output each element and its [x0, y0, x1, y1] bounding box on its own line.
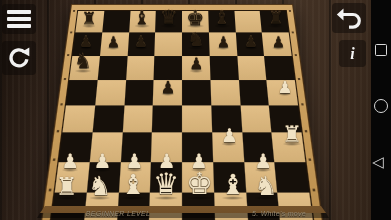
square-b8[interactable] [102, 11, 130, 33]
recents-button square-icon[interactable] [375, 44, 387, 56]
piece-black-pawn[interactable]: ♟ [134, 35, 147, 50]
frame-dot [49, 189, 51, 191]
home-button circle-icon[interactable] [374, 99, 388, 113]
info-icon: i [350, 46, 354, 62]
piece-black-bishop[interactable]: ♝ [214, 9, 231, 27]
frame-dot [301, 103, 303, 105]
menu-button[interactable] [2, 4, 36, 34]
square-g8[interactable] [234, 11, 262, 33]
frame-dot [73, 10, 75, 11]
square-b6[interactable] [97, 56, 127, 80]
frame-dot [61, 103, 63, 105]
square-c5[interactable] [124, 80, 154, 106]
piece-black-knight[interactable]: ♞ [188, 31, 205, 50]
square-e4[interactable] [182, 105, 212, 132]
piece-white-king[interactable]: ♚ [186, 169, 213, 199]
square-g5[interactable] [238, 80, 269, 106]
undo-icon [336, 7, 362, 30]
square-a4[interactable] [62, 105, 95, 132]
piece-white-knight[interactable]: ♞ [88, 173, 112, 199]
piece-white-bishop[interactable]: ♝ [121, 171, 146, 199]
piece-black-rook[interactable]: ♜ [81, 11, 96, 28]
square-b5[interactable] [95, 80, 126, 106]
square-a5[interactable] [66, 80, 97, 106]
frame-dot [292, 32, 294, 33]
undo-button[interactable] [332, 3, 366, 33]
piece-white-pawn[interactable]: ♟ [61, 152, 79, 172]
piece-black-pawn[interactable]: ♟ [244, 35, 257, 50]
frame-dot [64, 78, 66, 80]
frame-dot [298, 78, 300, 80]
piece-black-rook[interactable]: ♜ [268, 11, 283, 28]
frame-dot [67, 54, 69, 56]
piece-black-bishop[interactable]: ♝ [134, 9, 151, 27]
info-button[interactable]: i [339, 40, 366, 67]
frame-dot [313, 189, 315, 191]
back-button triangle-left-icon[interactable]: ◁ [372, 155, 384, 170]
piece-black-pawn[interactable]: ♟ [79, 35, 92, 50]
frame-dot [53, 159, 55, 161]
piece-white-rook[interactable]: ♜ [282, 123, 302, 145]
piece-white-bishop[interactable]: ♝ [220, 171, 245, 199]
square-d7[interactable] [155, 33, 182, 56]
piece-white-pawn[interactable]: ♟ [254, 152, 272, 172]
square-e5[interactable] [182, 80, 211, 106]
frame-dot [289, 10, 291, 11]
frame-dot [57, 130, 59, 132]
piece-white-knight[interactable]: ♞ [254, 173, 278, 199]
piece-black-pawn[interactable]: ♟ [189, 56, 203, 72]
frame-dot [295, 54, 297, 56]
piece-black-queen[interactable]: ♛ [160, 8, 178, 28]
frame-dot [70, 32, 72, 33]
piece-white-pawn[interactable]: ♟ [277, 79, 292, 96]
android-navbar: ◁ [371, 0, 391, 220]
square-g6[interactable] [237, 56, 267, 80]
square-f6[interactable] [209, 56, 238, 80]
piece-black-pawn[interactable]: ♟ [107, 35, 120, 50]
square-f5[interactable] [210, 80, 240, 106]
chess-app-screen: ABCDEFGH ♜♝♛♚♝♜♟♟♟♞♟♟♟♞♟♟♟♟♜♟♟♟♟♟♟♜♞♝♛♚♝… [0, 0, 391, 220]
hamburger-icon [7, 10, 31, 14]
square-c4[interactable] [122, 105, 153, 132]
square-c6[interactable] [126, 56, 155, 80]
square-d4[interactable] [152, 105, 182, 132]
piece-black-pawn[interactable]: ♟ [217, 35, 230, 50]
piece-white-rook[interactable]: ♜ [55, 174, 77, 199]
piece-black-king[interactable]: ♚ [186, 8, 204, 28]
rotate-board-button[interactable] [2, 41, 36, 75]
frame-dot [309, 159, 311, 161]
piece-black-knight[interactable]: ♞ [74, 52, 92, 72]
square-h2[interactable] [274, 162, 309, 193]
piece-black-pawn[interactable]: ♟ [160, 79, 175, 96]
square-b4[interactable] [92, 105, 124, 132]
square-g4[interactable] [240, 105, 272, 132]
piece-white-pawn[interactable]: ♟ [221, 127, 238, 146]
frame-dot [305, 130, 307, 132]
piece-black-pawn[interactable]: ♟ [272, 35, 285, 50]
level-label: BEGINNER LEVEL [53, 209, 183, 219]
move-indicator: 5. White's move [214, 209, 344, 219]
piece-white-queen[interactable]: ♛ [153, 170, 179, 199]
rotate-icon [6, 45, 32, 71]
piece-white-pawn[interactable]: ♟ [93, 152, 111, 172]
